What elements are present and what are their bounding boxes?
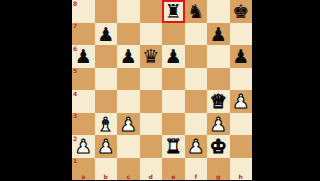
square-h6[interactable]: ♟ <box>230 45 253 68</box>
square-c5[interactable] <box>117 68 140 91</box>
square-e2[interactable]: ♜ <box>162 135 185 158</box>
square-d7[interactable] <box>140 23 163 46</box>
piece-black-pawn[interactable]: ♟ <box>165 45 182 68</box>
square-a6[interactable]: 6♟ <box>72 45 95 68</box>
square-c1[interactable]: c <box>117 158 140 181</box>
square-g5[interactable] <box>207 68 230 91</box>
piece-black-rook[interactable]: ♜ <box>165 0 182 22</box>
square-a3[interactable]: 3 <box>72 113 95 136</box>
square-g7[interactable]: ♟ <box>207 23 230 46</box>
square-g3[interactable]: ♟ <box>207 113 230 136</box>
piece-white-pawn[interactable]: ♟ <box>210 112 227 135</box>
file-label-h: h <box>230 174 253 180</box>
letterbox-stage: 8♜♞♚7♟♟6♟♟♛♟♟54♛♟3♝♟♟2♟♟♜♟♚1abcdefgh <box>0 0 320 180</box>
piece-black-pawn[interactable]: ♟ <box>232 45 249 68</box>
piece-white-queen[interactable]: ♛ <box>210 90 227 113</box>
piece-white-pawn[interactable]: ♟ <box>120 112 137 135</box>
square-c8[interactable] <box>117 0 140 23</box>
piece-black-pawn[interactable]: ♟ <box>120 45 137 68</box>
square-e1[interactable]: e <box>162 158 185 181</box>
square-b2[interactable]: ♟ <box>95 135 118 158</box>
file-label-c: c <box>117 174 140 180</box>
square-g8[interactable] <box>207 0 230 23</box>
square-f6[interactable] <box>185 45 208 68</box>
square-c3[interactable]: ♟ <box>117 113 140 136</box>
square-h1[interactable]: h <box>230 158 253 181</box>
square-b7[interactable]: ♟ <box>95 23 118 46</box>
square-a2[interactable]: 2♟ <box>72 135 95 158</box>
piece-white-pawn[interactable]: ♟ <box>187 135 204 158</box>
piece-black-king[interactable]: ♚ <box>232 0 249 22</box>
piece-white-bishop[interactable]: ♝ <box>97 112 114 135</box>
piece-black-queen[interactable]: ♛ <box>142 45 159 68</box>
square-f5[interactable] <box>185 68 208 91</box>
file-label-a: a <box>72 174 95 180</box>
piece-black-pawn[interactable]: ♟ <box>75 45 92 68</box>
square-g4[interactable]: ♛ <box>207 90 230 113</box>
square-e3[interactable] <box>162 113 185 136</box>
file-label-g: g <box>207 174 230 180</box>
square-b3[interactable]: ♝ <box>95 113 118 136</box>
square-d6[interactable]: ♛ <box>140 45 163 68</box>
square-b1[interactable]: b <box>95 158 118 181</box>
square-h8[interactable]: ♚ <box>230 0 253 23</box>
square-e8[interactable]: ♜ <box>162 0 185 23</box>
square-b6[interactable] <box>95 45 118 68</box>
chess-board: 8♜♞♚7♟♟6♟♟♛♟♟54♛♟3♝♟♟2♟♟♜♟♚1abcdefgh <box>72 0 252 180</box>
rank-label-1: 1 <box>73 158 77 164</box>
square-a5[interactable]: 5 <box>72 68 95 91</box>
square-a7[interactable]: 7 <box>72 23 95 46</box>
piece-black-pawn[interactable]: ♟ <box>97 22 114 45</box>
square-g1[interactable]: g <box>207 158 230 181</box>
square-e7[interactable] <box>162 23 185 46</box>
piece-white-pawn[interactable]: ♟ <box>97 135 114 158</box>
square-d5[interactable] <box>140 68 163 91</box>
square-a4[interactable]: 4 <box>72 90 95 113</box>
square-f2[interactable]: ♟ <box>185 135 208 158</box>
piece-white-pawn[interactable]: ♟ <box>232 90 249 113</box>
square-e6[interactable]: ♟ <box>162 45 185 68</box>
square-c2[interactable] <box>117 135 140 158</box>
piece-white-pawn[interactable]: ♟ <box>75 135 92 158</box>
square-h7[interactable] <box>230 23 253 46</box>
square-h3[interactable] <box>230 113 253 136</box>
square-d2[interactable] <box>140 135 163 158</box>
rank-label-4: 4 <box>73 91 77 97</box>
piece-white-rook[interactable]: ♜ <box>165 135 182 158</box>
square-d1[interactable]: d <box>140 158 163 181</box>
file-label-b: b <box>95 174 118 180</box>
square-a1[interactable]: 1a <box>72 158 95 181</box>
rank-label-7: 7 <box>73 23 77 29</box>
file-label-d: d <box>140 174 163 180</box>
rank-label-8: 8 <box>73 1 77 7</box>
square-b5[interactable] <box>95 68 118 91</box>
square-b8[interactable] <box>95 0 118 23</box>
square-f7[interactable] <box>185 23 208 46</box>
square-f4[interactable] <box>185 90 208 113</box>
square-d8[interactable] <box>140 0 163 23</box>
square-c7[interactable] <box>117 23 140 46</box>
square-d4[interactable] <box>140 90 163 113</box>
square-g6[interactable] <box>207 45 230 68</box>
rank-label-3: 3 <box>73 113 77 119</box>
square-f3[interactable] <box>185 113 208 136</box>
piece-white-king[interactable]: ♚ <box>210 135 227 158</box>
square-a8[interactable]: 8 <box>72 0 95 23</box>
piece-black-knight[interactable]: ♞ <box>187 0 204 22</box>
square-f8[interactable]: ♞ <box>185 0 208 23</box>
square-c4[interactable] <box>117 90 140 113</box>
square-h2[interactable] <box>230 135 253 158</box>
piece-black-pawn[interactable]: ♟ <box>210 22 227 45</box>
square-e5[interactable] <box>162 68 185 91</box>
square-c6[interactable]: ♟ <box>117 45 140 68</box>
square-g2[interactable]: ♚ <box>207 135 230 158</box>
square-e4[interactable] <box>162 90 185 113</box>
file-label-f: f <box>185 174 208 180</box>
file-label-e: e <box>162 174 185 180</box>
square-f1[interactable]: f <box>185 158 208 181</box>
rank-label-5: 5 <box>73 68 77 74</box>
square-h4[interactable]: ♟ <box>230 90 253 113</box>
square-d3[interactable] <box>140 113 163 136</box>
square-h5[interactable] <box>230 68 253 91</box>
square-b4[interactable] <box>95 90 118 113</box>
